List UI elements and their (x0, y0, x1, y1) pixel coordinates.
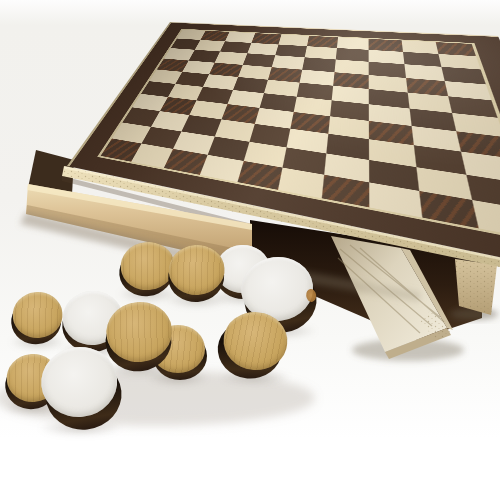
box-corner-foot-texture (455, 259, 497, 315)
checker-disc-tan[interactable] (11, 290, 66, 348)
board-square[interactable] (472, 200, 500, 240)
board-square[interactable] (199, 155, 243, 182)
checker-disc-white[interactable] (38, 343, 122, 435)
checker-disc-tan[interactable] (167, 243, 227, 306)
product-photo-stage (0, 0, 500, 499)
checker-disc-tan[interactable] (220, 309, 290, 383)
